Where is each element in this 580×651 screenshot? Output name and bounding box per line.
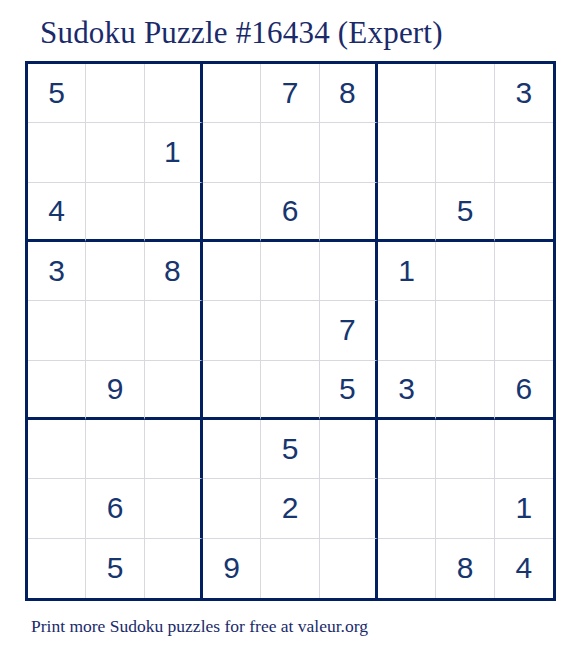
cell-r6c1[interactable] bbox=[28, 361, 86, 420]
given-digit: 8 bbox=[339, 78, 356, 108]
cell-r2c9[interactable] bbox=[495, 123, 553, 182]
given-digit: 1 bbox=[515, 493, 532, 523]
given-digit: 4 bbox=[515, 553, 532, 583]
cell-r7c1[interactable] bbox=[28, 420, 86, 479]
cell-r8c6[interactable] bbox=[320, 479, 378, 538]
cell-r4c1[interactable]: 3 bbox=[28, 242, 86, 301]
given-digit: 6 bbox=[282, 196, 299, 226]
cell-r5c4[interactable] bbox=[203, 301, 261, 360]
cell-r3c3[interactable] bbox=[145, 183, 203, 242]
given-digit: 7 bbox=[282, 78, 299, 108]
given-digit: 6 bbox=[515, 374, 532, 404]
given-digit: 1 bbox=[398, 256, 415, 286]
cell-r3c8[interactable]: 5 bbox=[436, 183, 494, 242]
cell-r9c9[interactable]: 4 bbox=[495, 539, 553, 598]
given-digit: 3 bbox=[515, 78, 532, 108]
cell-r9c1[interactable] bbox=[28, 539, 86, 598]
cell-r5c5[interactable] bbox=[261, 301, 319, 360]
cell-r6c7[interactable]: 3 bbox=[378, 361, 436, 420]
cell-r7c7[interactable] bbox=[378, 420, 436, 479]
cell-r2c6[interactable] bbox=[320, 123, 378, 182]
given-digit: 9 bbox=[107, 374, 124, 404]
cell-r4c5[interactable] bbox=[261, 242, 319, 301]
cell-r3c1[interactable]: 4 bbox=[28, 183, 86, 242]
cell-r1c3[interactable] bbox=[145, 64, 203, 123]
given-digit: 9 bbox=[223, 553, 240, 583]
cell-r9c4[interactable]: 9 bbox=[203, 539, 261, 598]
given-digit: 5 bbox=[282, 434, 299, 464]
cell-r8c5[interactable]: 2 bbox=[261, 479, 319, 538]
cell-r6c8[interactable] bbox=[436, 361, 494, 420]
cell-r4c7[interactable]: 1 bbox=[378, 242, 436, 301]
cell-r2c7[interactable] bbox=[378, 123, 436, 182]
cell-r2c4[interactable] bbox=[203, 123, 261, 182]
cell-r5c6[interactable]: 7 bbox=[320, 301, 378, 360]
cell-r2c1[interactable] bbox=[28, 123, 86, 182]
cell-r4c4[interactable] bbox=[203, 242, 261, 301]
cell-r5c3[interactable] bbox=[145, 301, 203, 360]
cell-r3c2[interactable] bbox=[86, 183, 144, 242]
cell-r9c5[interactable] bbox=[261, 539, 319, 598]
cell-r5c2[interactable] bbox=[86, 301, 144, 360]
cell-r9c8[interactable]: 8 bbox=[436, 539, 494, 598]
cell-r7c8[interactable] bbox=[436, 420, 494, 479]
cell-r8c9[interactable]: 1 bbox=[495, 479, 553, 538]
cell-r6c2[interactable]: 9 bbox=[86, 361, 144, 420]
cell-r6c5[interactable] bbox=[261, 361, 319, 420]
cell-r3c5[interactable]: 6 bbox=[261, 183, 319, 242]
cell-r1c8[interactable] bbox=[436, 64, 494, 123]
sudoku-page: Sudoku Puzzle #16434 (Expert) 5783146538… bbox=[0, 0, 580, 651]
cell-r6c4[interactable] bbox=[203, 361, 261, 420]
cell-r5c7[interactable] bbox=[378, 301, 436, 360]
given-digit: 6 bbox=[107, 493, 124, 523]
cell-r9c7[interactable] bbox=[378, 539, 436, 598]
cell-r4c6[interactable] bbox=[320, 242, 378, 301]
cell-r4c9[interactable] bbox=[495, 242, 553, 301]
cell-r9c2[interactable]: 5 bbox=[86, 539, 144, 598]
given-digit: 5 bbox=[107, 553, 124, 583]
cell-r7c4[interactable] bbox=[203, 420, 261, 479]
cell-r7c2[interactable] bbox=[86, 420, 144, 479]
cell-r9c6[interactable] bbox=[320, 539, 378, 598]
cell-r3c7[interactable] bbox=[378, 183, 436, 242]
cell-r2c5[interactable] bbox=[261, 123, 319, 182]
footer-text: Print more Sudoku puzzles for free at va… bbox=[31, 616, 368, 637]
cell-r8c1[interactable] bbox=[28, 479, 86, 538]
cell-r5c1[interactable] bbox=[28, 301, 86, 360]
given-digit: 5 bbox=[48, 78, 65, 108]
cell-r2c8[interactable] bbox=[436, 123, 494, 182]
cell-r5c8[interactable] bbox=[436, 301, 494, 360]
given-digit: 3 bbox=[48, 256, 65, 286]
given-digit: 8 bbox=[457, 553, 474, 583]
given-digit: 5 bbox=[339, 374, 356, 404]
cell-r7c6[interactable] bbox=[320, 420, 378, 479]
cell-r1c6[interactable]: 8 bbox=[320, 64, 378, 123]
cell-r3c6[interactable] bbox=[320, 183, 378, 242]
cell-r8c8[interactable] bbox=[436, 479, 494, 538]
cell-r1c4[interactable] bbox=[203, 64, 261, 123]
given-digit: 1 bbox=[164, 137, 181, 167]
cell-r1c7[interactable] bbox=[378, 64, 436, 123]
cell-r2c2[interactable] bbox=[86, 123, 144, 182]
cell-r3c4[interactable] bbox=[203, 183, 261, 242]
cell-r8c7[interactable] bbox=[378, 479, 436, 538]
cell-r7c9[interactable] bbox=[495, 420, 553, 479]
sudoku-board: 578314653817953656215984 bbox=[25, 61, 556, 601]
cell-r7c3[interactable] bbox=[145, 420, 203, 479]
cell-r1c5[interactable]: 7 bbox=[261, 64, 319, 123]
cell-r8c2[interactable]: 6 bbox=[86, 479, 144, 538]
given-digit: 8 bbox=[164, 256, 181, 286]
cell-r4c8[interactable] bbox=[436, 242, 494, 301]
given-digit: 5 bbox=[457, 196, 474, 226]
given-digit: 2 bbox=[282, 493, 299, 523]
given-digit: 7 bbox=[339, 315, 356, 345]
cell-r1c2[interactable] bbox=[86, 64, 144, 123]
cell-r3c9[interactable] bbox=[495, 183, 553, 242]
cell-r5c9[interactable] bbox=[495, 301, 553, 360]
cell-r2c3[interactable]: 1 bbox=[145, 123, 203, 182]
cell-r9c3[interactable] bbox=[145, 539, 203, 598]
cell-r6c3[interactable] bbox=[145, 361, 203, 420]
cell-r6c6[interactable]: 5 bbox=[320, 361, 378, 420]
given-digit: 4 bbox=[48, 196, 65, 226]
cell-r8c4[interactable] bbox=[203, 479, 261, 538]
page-title: Sudoku Puzzle #16434 (Expert) bbox=[40, 15, 443, 51]
cell-r8c3[interactable] bbox=[145, 479, 203, 538]
cell-r7c5[interactable]: 5 bbox=[261, 420, 319, 479]
cell-r4c2[interactable] bbox=[86, 242, 144, 301]
cell-r4c3[interactable]: 8 bbox=[145, 242, 203, 301]
cell-r1c1[interactable]: 5 bbox=[28, 64, 86, 123]
cell-r6c9[interactable]: 6 bbox=[495, 361, 553, 420]
cell-r1c9[interactable]: 3 bbox=[495, 64, 553, 123]
given-digit: 3 bbox=[398, 374, 415, 404]
